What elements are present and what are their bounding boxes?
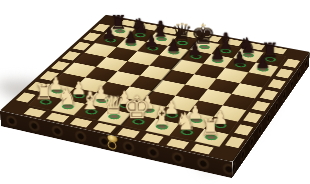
black-pawn-h7[interactable]: ♟ — [244, 54, 280, 71]
product-photo-stage: ♜♞♝♛♚♝♞♜♟♟♟♟♟♟♟♟♟♟♟♟♟♟♟♟♜♞♝♛♚♝♞♜ — [0, 0, 310, 184]
scene: ♜♞♝♛♚♝♞♜♟♟♟♟♟♟♟♟♟♟♟♟♟♟♟♟♜♞♝♛♚♝♞♜ — [0, 0, 310, 184]
square-h1[interactable]: ♜ — [194, 129, 229, 147]
white-rook-h1[interactable]: ♜ — [190, 116, 230, 139]
brass-clasp-icon — [106, 134, 117, 150]
chess-board: ♜♞♝♛♚♝♞♜♟♟♟♟♟♟♟♟♟♟♟♟♟♟♟♟♜♞♝♛♚♝♞♜ — [0, 15, 310, 162]
